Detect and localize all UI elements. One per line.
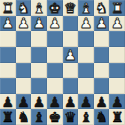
square-e1[interactable]: ♚ bbox=[47, 0, 63, 16]
white-rook[interactable]: ♜ bbox=[111, 0, 124, 14]
square-e3[interactable] bbox=[47, 31, 63, 47]
square-g8[interactable]: ♞ bbox=[16, 109, 32, 125]
black-knight[interactable]: ♞ bbox=[95, 110, 108, 124]
square-h3[interactable] bbox=[0, 31, 16, 47]
square-e4[interactable] bbox=[47, 47, 63, 63]
square-d1[interactable]: ♛ bbox=[63, 0, 79, 16]
square-g5[interactable] bbox=[16, 63, 32, 79]
square-h5[interactable] bbox=[0, 63, 16, 79]
square-b4[interactable] bbox=[94, 47, 110, 63]
square-d3[interactable] bbox=[63, 31, 79, 47]
white-bishop[interactable]: ♝ bbox=[80, 0, 93, 14]
square-g1[interactable]: ♞ bbox=[16, 0, 32, 16]
square-c2[interactable]: ♟ bbox=[78, 16, 94, 32]
white-pawn[interactable]: ♟ bbox=[2, 16, 15, 30]
square-d6[interactable] bbox=[63, 78, 79, 94]
square-c3[interactable] bbox=[78, 31, 94, 47]
black-pawn[interactable]: ♟ bbox=[111, 94, 124, 108]
square-a6[interactable] bbox=[109, 78, 125, 94]
white-pawn[interactable]: ♟ bbox=[64, 47, 77, 61]
black-pawn[interactable]: ♟ bbox=[95, 94, 108, 108]
white-pawn[interactable]: ♟ bbox=[48, 16, 61, 30]
square-f4[interactable] bbox=[31, 47, 47, 63]
white-pawn[interactable]: ♟ bbox=[95, 16, 108, 30]
square-b2[interactable]: ♟ bbox=[94, 16, 110, 32]
black-pawn[interactable]: ♟ bbox=[2, 94, 15, 108]
square-g7[interactable]: ♟ bbox=[16, 94, 32, 110]
black-rook[interactable]: ♜ bbox=[2, 110, 15, 124]
square-b6[interactable] bbox=[94, 78, 110, 94]
black-pawn[interactable]: ♟ bbox=[48, 94, 61, 108]
square-a1[interactable]: ♜ bbox=[109, 0, 125, 16]
square-f6[interactable] bbox=[31, 78, 47, 94]
white-pawn[interactable]: ♟ bbox=[111, 16, 124, 30]
white-knight[interactable]: ♞ bbox=[17, 0, 30, 14]
black-pawn[interactable]: ♟ bbox=[17, 94, 30, 108]
square-c8[interactable]: ♝ bbox=[78, 109, 94, 125]
square-f1[interactable]: ♝ bbox=[31, 0, 47, 16]
square-c1[interactable]: ♝ bbox=[78, 0, 94, 16]
square-a8[interactable]: ♜ bbox=[109, 109, 125, 125]
square-a4[interactable] bbox=[109, 47, 125, 63]
black-knight[interactable]: ♞ bbox=[17, 110, 30, 124]
square-c4[interactable] bbox=[78, 47, 94, 63]
square-f8[interactable]: ♝ bbox=[31, 109, 47, 125]
square-a3[interactable] bbox=[109, 31, 125, 47]
square-e2[interactable]: ♟ bbox=[47, 16, 63, 32]
square-e8[interactable]: ♚ bbox=[47, 109, 63, 125]
square-g4[interactable] bbox=[16, 47, 32, 63]
chess-board: ♜♞♝♚♛♝♞♜♟♟♟♟♟♟♟♟♟♟♟♟♟♟♟♟♜♞♝♚♛♝♞♜ bbox=[0, 0, 125, 125]
square-h2[interactable]: ♟ bbox=[0, 16, 16, 32]
black-bishop[interactable]: ♝ bbox=[80, 110, 93, 124]
square-c7[interactable]: ♟ bbox=[78, 94, 94, 110]
square-b7[interactable]: ♟ bbox=[94, 94, 110, 110]
square-d4[interactable]: ♟ bbox=[63, 47, 79, 63]
square-g6[interactable] bbox=[16, 78, 32, 94]
square-b8[interactable]: ♞ bbox=[94, 109, 110, 125]
square-h4[interactable] bbox=[0, 47, 16, 63]
black-bishop[interactable]: ♝ bbox=[33, 110, 46, 124]
square-e6[interactable] bbox=[47, 78, 63, 94]
black-pawn[interactable]: ♟ bbox=[64, 94, 77, 108]
white-queen[interactable]: ♛ bbox=[64, 0, 77, 14]
white-pawn[interactable]: ♟ bbox=[17, 16, 30, 30]
black-king[interactable]: ♚ bbox=[48, 110, 61, 124]
square-a2[interactable]: ♟ bbox=[109, 16, 125, 32]
square-f3[interactable] bbox=[31, 31, 47, 47]
square-b3[interactable] bbox=[94, 31, 110, 47]
white-bishop[interactable]: ♝ bbox=[33, 0, 46, 14]
square-c6[interactable] bbox=[78, 78, 94, 94]
square-d8[interactable]: ♛ bbox=[63, 109, 79, 125]
square-h8[interactable]: ♜ bbox=[0, 109, 16, 125]
square-d7[interactable]: ♟ bbox=[63, 94, 79, 110]
square-g3[interactable] bbox=[16, 31, 32, 47]
black-queen[interactable]: ♛ bbox=[64, 110, 77, 124]
black-rook[interactable]: ♜ bbox=[111, 110, 124, 124]
square-a7[interactable]: ♟ bbox=[109, 94, 125, 110]
black-pawn[interactable]: ♟ bbox=[33, 94, 46, 108]
square-d2[interactable] bbox=[63, 16, 79, 32]
square-f7[interactable]: ♟ bbox=[31, 94, 47, 110]
square-b5[interactable] bbox=[94, 63, 110, 79]
white-rook[interactable]: ♜ bbox=[2, 0, 15, 14]
square-b1[interactable]: ♞ bbox=[94, 0, 110, 16]
square-h1[interactable]: ♜ bbox=[0, 0, 16, 16]
square-e5[interactable] bbox=[47, 63, 63, 79]
white-knight[interactable]: ♞ bbox=[95, 0, 108, 14]
square-f5[interactable] bbox=[31, 63, 47, 79]
square-f2[interactable]: ♟ bbox=[31, 16, 47, 32]
white-king[interactable]: ♚ bbox=[48, 0, 61, 14]
square-d5[interactable] bbox=[63, 63, 79, 79]
white-pawn[interactable]: ♟ bbox=[80, 16, 93, 30]
square-h6[interactable] bbox=[0, 78, 16, 94]
square-h7[interactable]: ♟ bbox=[0, 94, 16, 110]
square-e7[interactable]: ♟ bbox=[47, 94, 63, 110]
square-c5[interactable] bbox=[78, 63, 94, 79]
black-pawn[interactable]: ♟ bbox=[80, 94, 93, 108]
square-a5[interactable] bbox=[109, 63, 125, 79]
white-pawn[interactable]: ♟ bbox=[33, 16, 46, 30]
square-g2[interactable]: ♟ bbox=[16, 16, 32, 32]
